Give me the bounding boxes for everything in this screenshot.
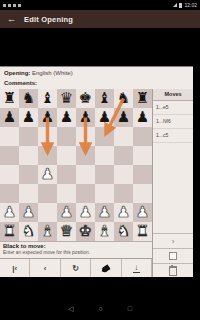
- square-d6[interactable]: [57, 127, 76, 146]
- square-c5[interactable]: [38, 146, 57, 165]
- notification-icon: [18, 4, 21, 7]
- piece-black-p: ♟: [3, 108, 16, 127]
- piece-black-q: ♛: [60, 89, 73, 108]
- square-c2[interactable]: [38, 203, 57, 222]
- piece-black-b: ♝: [41, 89, 54, 108]
- move-prompt: Black to move: Enter an expected move fo…: [0, 241, 152, 258]
- piece-white-p: ♟: [41, 165, 54, 184]
- square-a2[interactable]: ♟: [0, 203, 19, 222]
- square-f6[interactable]: [95, 127, 114, 146]
- piece-white-r: ♜: [3, 222, 16, 241]
- square-f5[interactable]: [95, 146, 114, 165]
- square-d2[interactable]: ♟: [57, 203, 76, 222]
- square-h4[interactable]: [133, 165, 152, 184]
- square-g4[interactable]: [114, 165, 133, 184]
- piece-black-r: ♜: [136, 89, 149, 108]
- square-c6[interactable]: [38, 127, 57, 146]
- square-h7[interactable]: ♟: [133, 108, 152, 127]
- comments-label: Comments:: [4, 80, 37, 86]
- square-b4[interactable]: [19, 165, 38, 184]
- square-e3[interactable]: [76, 184, 95, 203]
- tag-button[interactable]: [91, 259, 121, 278]
- square-b5[interactable]: [19, 146, 38, 165]
- move-item[interactable]: 1...c5: [153, 129, 193, 143]
- opening-value: English (White): [32, 70, 73, 76]
- moves-list: 1...e51...Nf61...c5: [153, 101, 193, 143]
- square-a6[interactable]: [0, 127, 19, 146]
- square-f8[interactable]: ♝: [95, 89, 114, 108]
- square-e2[interactable]: ♟: [76, 203, 95, 222]
- copy-position-icon: [169, 252, 177, 260]
- square-h2[interactable]: ♟: [133, 203, 152, 222]
- piece-white-k: ♚: [79, 222, 92, 241]
- move-item[interactable]: 1...e5: [153, 101, 193, 115]
- square-h5[interactable]: [133, 146, 152, 165]
- battery-icon: [179, 3, 182, 8]
- square-d5[interactable]: [57, 146, 76, 165]
- piece-black-p: ♟: [98, 108, 111, 127]
- refresh-icon: ↻: [72, 264, 79, 273]
- tag-icon: [101, 263, 112, 273]
- piece-black-p: ♟: [136, 108, 149, 127]
- piece-white-p: ♟: [79, 203, 92, 222]
- square-a1[interactable]: ♜: [0, 222, 19, 241]
- signal-icon: [173, 3, 177, 7]
- piece-black-k: ♚: [79, 89, 92, 108]
- piece-black-p: ♟: [41, 108, 54, 127]
- moves-spacer: [153, 143, 193, 233]
- piece-white-p: ♟: [117, 203, 130, 222]
- to-move-label: Black to move:: [3, 243, 152, 249]
- piece-white-n: ♞: [22, 222, 35, 241]
- android-home-icon[interactable]: ○: [98, 305, 102, 320]
- piece-white-r: ♜: [136, 222, 149, 241]
- download-bar: [133, 272, 140, 273]
- notification-icon: [13, 4, 16, 7]
- square-h3[interactable]: [133, 184, 152, 203]
- piece-white-p: ♟: [22, 203, 35, 222]
- piece-black-b: ♝: [98, 89, 111, 108]
- piece-white-p: ♟: [136, 203, 149, 222]
- back-step-icon: ‹: [44, 264, 47, 273]
- skip-to-start-button[interactable]: |‹: [0, 259, 30, 278]
- square-g5[interactable]: [114, 146, 133, 165]
- square-e8[interactable]: ♚: [76, 89, 95, 108]
- edit-toolbar: |‹‹↻↓: [0, 258, 152, 278]
- square-b7[interactable]: ♟: [19, 108, 38, 127]
- edit-opening-screen: 12:02 ← Edit Opening Opening: English (W…: [0, 0, 200, 320]
- square-e4[interactable]: [76, 165, 95, 184]
- clock-text: 12:02: [184, 2, 197, 8]
- square-b6[interactable]: [19, 127, 38, 146]
- square-a3[interactable]: [0, 184, 19, 203]
- square-f2[interactable]: ♟: [95, 203, 114, 222]
- square-c7[interactable]: ♟: [38, 108, 57, 127]
- delete-icon: [169, 266, 177, 276]
- moves-panel: Moves 1...e51...Nf61...c5 ›: [152, 89, 193, 278]
- square-e6[interactable]: [76, 127, 95, 146]
- opening-row[interactable]: Opening: English (White): [0, 68, 193, 79]
- piece-black-p: ♟: [117, 108, 130, 127]
- square-g1[interactable]: ♞: [114, 222, 133, 241]
- square-g8[interactable]: ♞: [114, 89, 133, 108]
- copy-position-button[interactable]: [153, 248, 193, 263]
- piece-black-n: ♞: [22, 89, 35, 108]
- square-f1[interactable]: ♝: [95, 222, 114, 241]
- square-a7[interactable]: ♟: [0, 108, 19, 127]
- square-a4[interactable]: [0, 165, 19, 184]
- back-step-button[interactable]: ‹: [30, 259, 60, 278]
- piece-white-p: ♟: [60, 203, 73, 222]
- prompt-hint: Enter an expected move for this position…: [3, 250, 152, 255]
- square-f7[interactable]: ♟: [95, 108, 114, 127]
- square-b2[interactable]: ♟: [19, 203, 38, 222]
- download-button[interactable]: ↓: [122, 259, 152, 278]
- square-e1[interactable]: ♚: [76, 222, 95, 241]
- square-h8[interactable]: ♜: [133, 89, 152, 108]
- android-nav-bar: ◁○□: [0, 277, 200, 320]
- square-g2[interactable]: ♟: [114, 203, 133, 222]
- chess-board[interactable]: ♜♞♝♛♚♝♞♜♟♟♟♟♟♟♟♟♟♟♟♟♟♟♟♟♜♞♝♛♚♝♞♜: [0, 89, 152, 241]
- square-f3[interactable]: [95, 184, 114, 203]
- square-b8[interactable]: ♞: [19, 89, 38, 108]
- square-d8[interactable]: ♛: [57, 89, 76, 108]
- square-g3[interactable]: [114, 184, 133, 203]
- square-e5[interactable]: [76, 146, 95, 165]
- square-a5[interactable]: [0, 146, 19, 165]
- notification-icon: [8, 4, 11, 7]
- square-a8[interactable]: ♜: [0, 89, 19, 108]
- square-h1[interactable]: ♜: [133, 222, 152, 241]
- forward-chevron-icon: ›: [172, 237, 175, 246]
- moves-header: Moves: [153, 89, 193, 101]
- piece-white-b: ♝: [98, 222, 111, 241]
- move-item[interactable]: 1...Nf6: [153, 115, 193, 129]
- square-g7[interactable]: ♟: [114, 108, 133, 127]
- back-arrow-icon[interactable]: ←: [7, 14, 16, 24]
- piece-white-p: ♟: [3, 203, 16, 222]
- square-d7[interactable]: ♟: [57, 108, 76, 127]
- square-c1[interactable]: ♝: [38, 222, 57, 241]
- square-g6[interactable]: [114, 127, 133, 146]
- square-h6[interactable]: [133, 127, 152, 146]
- skip-to-start-icon: |‹: [12, 264, 17, 273]
- piece-black-r: ♜: [3, 89, 16, 108]
- square-d3[interactable]: [57, 184, 76, 203]
- download-icon: ↓: [134, 265, 138, 271]
- square-d4[interactable]: [57, 165, 76, 184]
- content-panel: Opening: English (White) Comments: ♜♞♝♛♚…: [0, 66, 193, 277]
- square-b1[interactable]: ♞: [19, 222, 38, 241]
- square-c3[interactable]: [38, 184, 57, 203]
- app-bar: ← Edit Opening: [0, 10, 200, 28]
- forward-chevron-button[interactable]: ›: [153, 233, 193, 248]
- opening-label: Opening:: [4, 70, 30, 76]
- square-d1[interactable]: ♛: [57, 222, 76, 241]
- square-c4[interactable]: ♟: [38, 165, 57, 184]
- delete-button[interactable]: [153, 263, 193, 278]
- piece-white-b: ♝: [41, 222, 54, 241]
- page-title: Edit Opening: [24, 15, 73, 24]
- square-f4[interactable]: [95, 165, 114, 184]
- comments-row[interactable]: Comments:: [0, 79, 193, 89]
- square-b3[interactable]: [19, 184, 38, 203]
- android-back-icon[interactable]: ◁: [68, 305, 73, 320]
- notification-icon: [3, 4, 6, 7]
- piece-black-p: ♟: [60, 108, 73, 127]
- piece-white-p: ♟: [98, 203, 111, 222]
- piece-white-n: ♞: [117, 222, 130, 241]
- notification-icons: [3, 4, 21, 7]
- refresh-button[interactable]: ↻: [61, 259, 91, 278]
- square-e7[interactable]: ♟: [76, 108, 95, 127]
- square-c8[interactable]: ♝: [38, 89, 57, 108]
- piece-black-p: ♟: [22, 108, 35, 127]
- piece-black-n: ♞: [117, 89, 130, 108]
- status-bar: 12:02: [0, 0, 200, 10]
- piece-white-q: ♛: [60, 222, 73, 241]
- piece-black-p: ♟: [79, 108, 92, 127]
- android-recents-icon[interactable]: □: [128, 305, 132, 320]
